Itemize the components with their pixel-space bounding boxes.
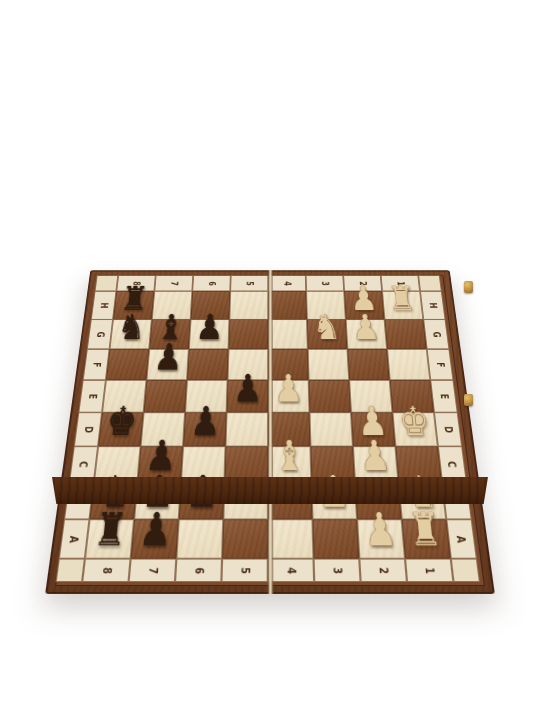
square-c8[interactable] bbox=[94, 446, 141, 482]
square-a4[interactable] bbox=[268, 519, 314, 558]
square-g7[interactable]: ♝ bbox=[149, 319, 190, 349]
board-wooden-frame: 87654321H♜♟♜HG♞♝♟♞♟GF♟FE♟♟ED♚♟♟♚DC♟♝♟CB♞… bbox=[45, 270, 495, 594]
square-d6[interactable]: ♟ bbox=[183, 412, 227, 446]
frame-corner bbox=[418, 275, 441, 291]
frame-corner bbox=[56, 559, 85, 582]
rank-label-top-5-text: 5 bbox=[244, 281, 254, 286]
file-label-right-C-text: C bbox=[446, 461, 458, 467]
square-f8[interactable] bbox=[106, 349, 149, 380]
file-label-right-E: E bbox=[430, 380, 457, 412]
square-h1[interactable]: ♜ bbox=[382, 291, 423, 319]
square-d4[interactable] bbox=[268, 412, 310, 446]
rank-label-bottom-4-text: 4 bbox=[285, 567, 297, 574]
file-label-right-A-text: A bbox=[455, 535, 468, 542]
rank-label-top-1-text: 1 bbox=[395, 281, 405, 286]
brass-hinge-icon bbox=[464, 394, 473, 406]
file-label-left-E-text: E bbox=[87, 393, 98, 398]
square-h3[interactable] bbox=[306, 291, 346, 319]
square-g8[interactable]: ♞ bbox=[110, 319, 152, 349]
file-label-right-E-text: E bbox=[438, 393, 449, 398]
rank-label-top-7: 7 bbox=[154, 275, 193, 291]
board-fold-seam bbox=[267, 270, 273, 594]
square-f6[interactable] bbox=[187, 349, 228, 380]
square-e5[interactable]: ♟ bbox=[227, 380, 269, 412]
square-c3[interactable] bbox=[310, 446, 354, 482]
square-c6[interactable] bbox=[181, 446, 226, 482]
file-label-right-F-text: F bbox=[434, 362, 445, 367]
square-a3[interactable] bbox=[312, 519, 359, 558]
square-f4[interactable] bbox=[268, 349, 309, 380]
square-a8[interactable]: ♜ bbox=[85, 519, 134, 558]
square-f7[interactable]: ♟ bbox=[146, 349, 188, 380]
file-label-right-C: C bbox=[438, 446, 467, 482]
rank-label-top-8-text: 8 bbox=[131, 281, 141, 286]
rank-label-bottom-5-text: 5 bbox=[239, 567, 251, 574]
rank-label-bottom-3: 3 bbox=[314, 559, 361, 582]
square-h5[interactable] bbox=[229, 291, 268, 319]
rank-label-top-5: 5 bbox=[230, 275, 268, 291]
file-label-right-H-text: H bbox=[427, 302, 438, 308]
file-label-right-A: A bbox=[446, 519, 477, 558]
file-label-left-G-text: G bbox=[95, 331, 106, 337]
rank-label-top-6: 6 bbox=[192, 275, 230, 291]
file-label-left-F-text: F bbox=[91, 362, 102, 367]
square-e1[interactable] bbox=[390, 380, 434, 412]
square-g1[interactable] bbox=[385, 319, 427, 349]
file-label-right-G: G bbox=[423, 319, 449, 349]
square-e6[interactable] bbox=[185, 380, 227, 412]
rank-label-bottom-5: 5 bbox=[221, 559, 267, 582]
square-d7[interactable] bbox=[141, 412, 185, 446]
box-front-edge bbox=[52, 477, 488, 504]
square-a2[interactable]: ♟ bbox=[357, 519, 405, 558]
square-f5[interactable] bbox=[228, 349, 269, 380]
rank-label-top-3-text: 3 bbox=[320, 281, 330, 286]
square-h2[interactable]: ♟ bbox=[344, 291, 384, 319]
square-a5[interactable] bbox=[222, 519, 268, 558]
file-label-right-D-text: D bbox=[442, 426, 454, 433]
rank-label-top-4: 4 bbox=[268, 275, 306, 291]
square-d1[interactable]: ♚ bbox=[392, 412, 437, 446]
rank-label-bottom-8-text: 8 bbox=[100, 567, 113, 574]
rank-label-bottom-3-text: 3 bbox=[331, 567, 343, 574]
rank-label-top-7-text: 7 bbox=[169, 281, 179, 286]
square-f1[interactable] bbox=[387, 349, 430, 380]
file-label-right-D: D bbox=[434, 412, 462, 446]
file-label-left-H-text: H bbox=[98, 302, 109, 308]
rank-label-top-1: 1 bbox=[381, 275, 420, 291]
rank-label-top-2: 2 bbox=[343, 275, 382, 291]
rank-label-bottom-6-text: 6 bbox=[193, 567, 205, 574]
square-d5[interactable] bbox=[226, 412, 269, 446]
product-photo-scene: 87654321H♜♟♜HG♞♝♟♞♟GF♟FE♟♟ED♚♟♟♚DC♟♝♟CB♞… bbox=[0, 0, 540, 720]
square-a1[interactable]: ♜ bbox=[402, 519, 451, 558]
file-label-left-D-text: D bbox=[82, 426, 94, 433]
rank-label-top-8: 8 bbox=[116, 275, 155, 291]
square-e7[interactable] bbox=[144, 380, 187, 412]
square-g2[interactable]: ♟ bbox=[346, 319, 387, 349]
square-h4[interactable] bbox=[268, 291, 307, 319]
square-d3[interactable] bbox=[310, 412, 353, 446]
square-e3[interactable] bbox=[309, 380, 351, 412]
file-label-left-C-text: C bbox=[78, 461, 90, 467]
rank-label-bottom-8: 8 bbox=[82, 559, 130, 582]
frame-corner bbox=[451, 559, 480, 582]
rank-label-bottom-4: 4 bbox=[268, 559, 314, 582]
rank-label-bottom-2-text: 2 bbox=[377, 567, 390, 574]
rank-label-top-2-text: 2 bbox=[357, 281, 367, 286]
square-c1[interactable] bbox=[395, 446, 442, 482]
brass-hinge-icon bbox=[464, 281, 473, 293]
rank-label-bottom-2: 2 bbox=[359, 559, 407, 582]
rank-label-bottom-1: 1 bbox=[405, 559, 453, 582]
square-h6[interactable] bbox=[191, 291, 231, 319]
square-c5[interactable] bbox=[224, 446, 268, 482]
rank-label-bottom-7-text: 7 bbox=[146, 567, 159, 574]
square-f2[interactable] bbox=[347, 349, 389, 380]
square-h7[interactable] bbox=[152, 291, 192, 319]
square-c4[interactable]: ♝ bbox=[268, 446, 312, 482]
square-h8[interactable]: ♜ bbox=[113, 291, 154, 319]
file-label-right-H: H bbox=[420, 291, 445, 319]
file-label-left-A-text: A bbox=[68, 535, 81, 542]
square-d2[interactable]: ♟ bbox=[351, 412, 395, 446]
square-f3[interactable] bbox=[308, 349, 349, 380]
frame-corner bbox=[95, 275, 119, 291]
rank-label-bottom-7: 7 bbox=[129, 559, 177, 582]
rank-label-top-4-text: 4 bbox=[282, 281, 292, 286]
square-c7[interactable]: ♟ bbox=[137, 446, 183, 482]
file-label-right-F: F bbox=[427, 349, 454, 380]
rank-label-bottom-6: 6 bbox=[175, 559, 222, 582]
rank-label-top-3: 3 bbox=[306, 275, 344, 291]
square-a7[interactable]: ♟ bbox=[131, 519, 179, 558]
square-e4[interactable]: ♟ bbox=[268, 380, 309, 412]
square-g6[interactable]: ♟ bbox=[189, 319, 230, 349]
square-e8[interactable] bbox=[102, 380, 146, 412]
rank-label-top-6-text: 6 bbox=[207, 281, 217, 286]
file-label-right-G-text: G bbox=[431, 331, 442, 337]
square-c2[interactable]: ♟ bbox=[353, 446, 399, 482]
chess-board-3d-wrapper: 87654321H♜♟♜HG♞♝♟♞♟GF♟FE♟♟ED♚♟♟♚DC♟♝♟CB♞… bbox=[45, 270, 495, 594]
square-g3[interactable]: ♞ bbox=[307, 319, 347, 349]
square-g5[interactable] bbox=[228, 319, 268, 349]
rank-label-bottom-1-text: 1 bbox=[423, 567, 436, 574]
square-a6[interactable] bbox=[176, 519, 223, 558]
square-e2[interactable] bbox=[349, 380, 392, 412]
square-d8[interactable]: ♚ bbox=[98, 412, 143, 446]
square-g4[interactable] bbox=[268, 319, 308, 349]
